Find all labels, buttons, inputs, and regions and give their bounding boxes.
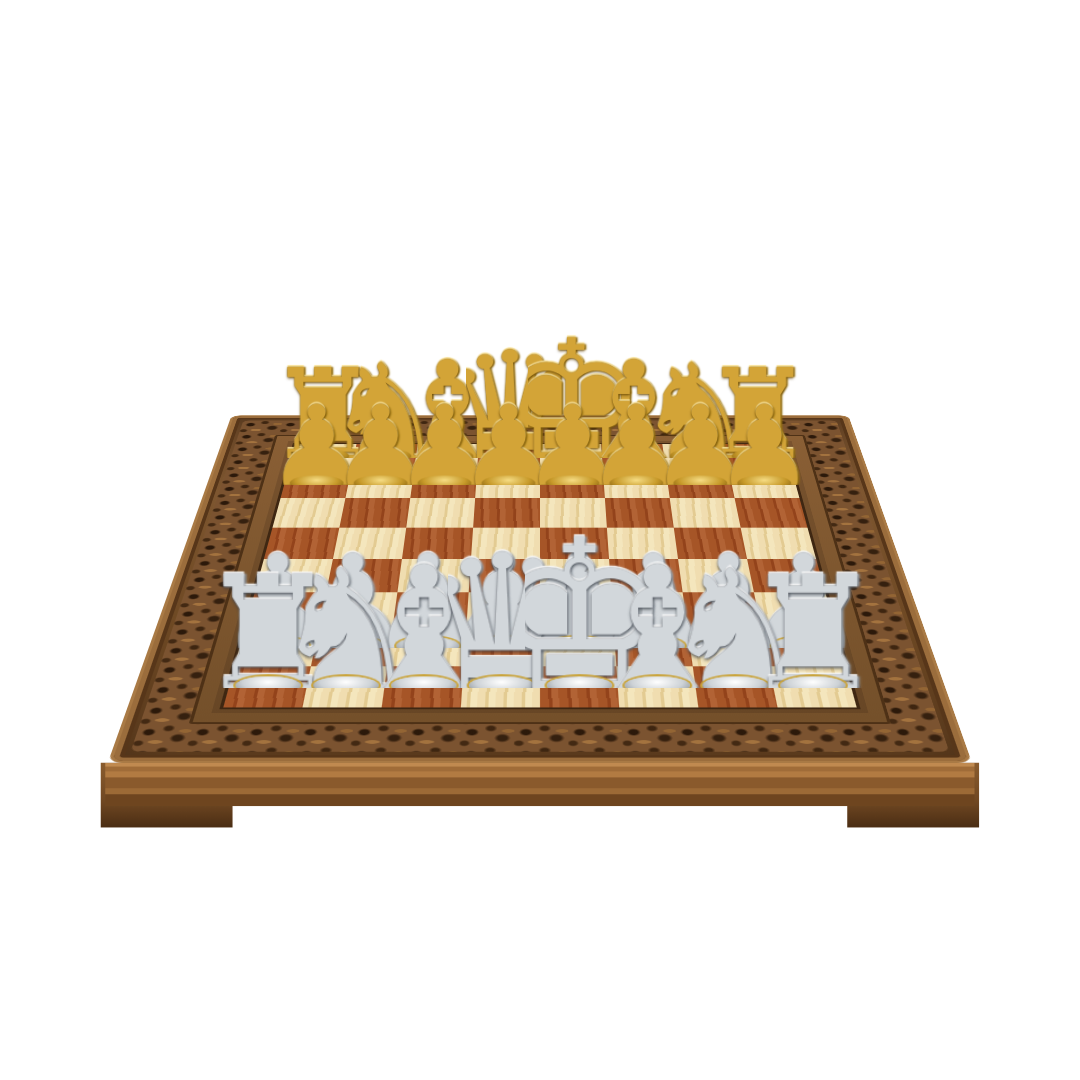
pieces-layer: ♜♞♝♛♚♝♞♜♟♟♟♟♟♟♟♟♟♟♟♟♟♟♟♟♜♞♝♛♚♝♞♜ [107,414,972,761]
piece-black-pawn-h7[interactable]: ♟ [719,372,808,483]
scene: ♜♞♝♛♚♝♞♜♟♟♟♟♟♟♟♟♟♟♟♟♟♟♟♟♜♞♝♛♚♝♞♜ [0,0,1080,1080]
rook-icon: ♜ [742,555,884,713]
piece-white-rook-h1[interactable]: ♜ [758,528,866,686]
board-front-edge [105,763,974,806]
chessboard: ♜♞♝♛♚♝♞♜♟♟♟♟♟♟♟♟♟♟♟♟♟♟♟♟♜♞♝♛♚♝♞♜ [108,415,973,763]
pawn-icon: ♟ [714,391,814,502]
